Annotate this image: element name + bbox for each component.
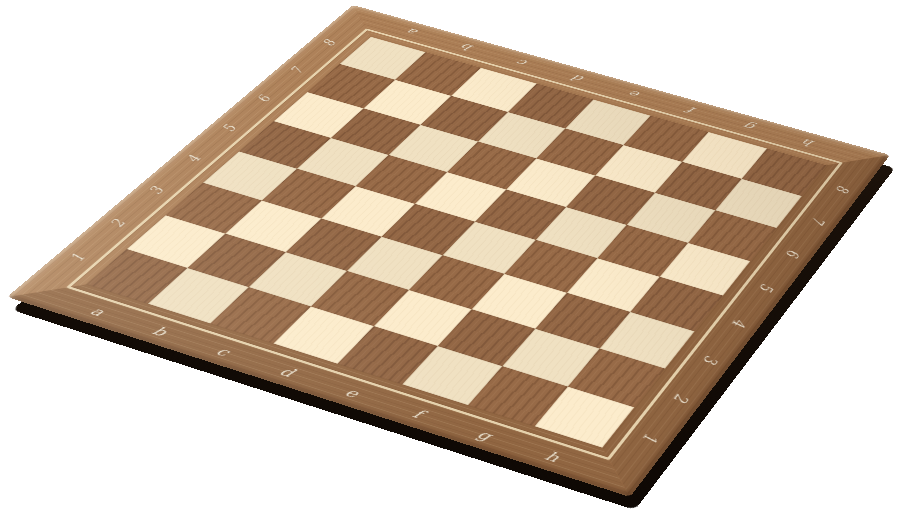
coord-top-d: d	[570, 73, 587, 83]
coord-bottom-d: d	[277, 365, 298, 379]
coord-top-h: h	[800, 137, 816, 147]
coord-left-8: 8	[320, 39, 340, 48]
product-photo: aabbccddeeffgghh8877665544332211	[0, 0, 900, 522]
coord-bottom-e: e	[342, 386, 362, 400]
coord-left-4: 4	[183, 154, 204, 164]
coord-bottom-b: b	[149, 325, 170, 338]
coord-right-6: 6	[783, 248, 804, 258]
coord-top-g: g	[742, 121, 758, 131]
coord-right-2: 2	[670, 392, 692, 404]
coord-left-7: 7	[287, 66, 307, 75]
coord-bottom-c: c	[213, 345, 233, 358]
coord-top-e: e	[627, 89, 643, 99]
coord-top-b: b	[459, 42, 476, 52]
coord-left-5: 5	[219, 123, 240, 132]
coord-top-f: f	[686, 106, 698, 115]
coord-right-8: 8	[833, 184, 853, 194]
coord-left-3: 3	[146, 185, 168, 195]
coord-right-4: 4	[729, 317, 751, 328]
coord-right-7: 7	[808, 215, 828, 225]
coord-top-c: c	[515, 58, 531, 67]
coord-bottom-g: g	[474, 428, 494, 442]
coord-left-2: 2	[107, 218, 129, 228]
coord-bottom-a: a	[87, 305, 108, 318]
coord-right-5: 5	[756, 282, 777, 293]
board-coordinates: aabbccddeeffgghh8877665544332211	[7, 5, 890, 497]
coord-right-3: 3	[700, 354, 722, 365]
coord-bottom-f: f	[410, 407, 426, 420]
coord-top-a: a	[404, 27, 420, 36]
chess-board: aabbccddeeffgghh8877665544332211	[7, 5, 890, 497]
coord-bottom-h: h	[542, 449, 562, 464]
coord-left-6: 6	[254, 94, 274, 103]
coord-right-1: 1	[639, 431, 662, 443]
coord-left-1: 1	[67, 252, 90, 263]
